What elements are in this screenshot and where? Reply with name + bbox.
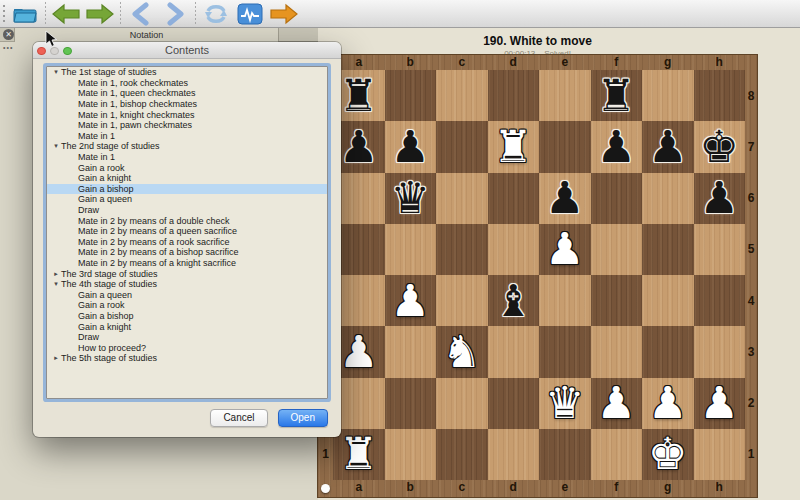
tree-item-label: The 5th stage of studies (61, 353, 157, 363)
piece-bP-h6[interactable]: ♟ (700, 176, 739, 220)
square-c7[interactable] (436, 121, 488, 172)
square-e4[interactable] (539, 275, 591, 326)
piece-bP-b7[interactable]: ♟ (391, 125, 430, 169)
rank-labels-right: 87654321 (745, 70, 757, 480)
square-g1[interactable]: ♚ (642, 429, 694, 480)
piece-wP-g2[interactable]: ♟ (648, 381, 687, 425)
tree-item[interactable]: How to proceed? (47, 342, 327, 353)
square-f1[interactable] (591, 429, 643, 480)
square-a1[interactable]: ♜ (333, 429, 385, 480)
tree-item[interactable]: Gain a bishop (47, 311, 327, 322)
file-label-f: f (591, 480, 643, 497)
toolbar-drag-handle[interactable] (1, 3, 8, 25)
square-d4[interactable]: ♝ (488, 275, 540, 326)
file-label-e: e (539, 55, 591, 70)
tree-item-label: How to proceed? (78, 343, 146, 353)
tree-item[interactable]: Gain a rook (47, 162, 327, 173)
piece-bR-f8[interactable]: ♜ (597, 74, 636, 118)
collapse-triangle-icon[interactable]: ▾ (51, 68, 61, 76)
square-c1[interactable] (436, 429, 488, 480)
square-d2[interactable] (488, 378, 540, 429)
contents-dialog: Contents ▾The 1st stage of studiesMate i… (33, 42, 341, 437)
zoom-window-icon[interactable] (63, 47, 72, 56)
tree-item-label: Gain a rook (78, 300, 125, 310)
tree-item[interactable]: Gain a knight (47, 173, 327, 184)
square-h5[interactable] (694, 224, 746, 275)
open-button[interactable]: Open (278, 409, 328, 427)
previous-move-button[interactable] (124, 1, 158, 27)
piece-wR-d7[interactable]: ♜ (494, 125, 533, 169)
toolbar-separator (195, 2, 196, 26)
file-label-b: b (385, 480, 437, 497)
tree-item[interactable]: Mate in 1 (47, 152, 327, 163)
square-e2[interactable]: ♛ (539, 378, 591, 429)
tree-item[interactable]: Mate in 1 (47, 131, 327, 142)
tree-item[interactable]: Gain a knight (47, 321, 327, 332)
chess-board: abcdefgh abcdefgh 87654321 87654321 ♜♜♟♟… (318, 55, 757, 497)
forward-arrow-icon (85, 3, 115, 25)
piece-bP-a7[interactable]: ♟ (339, 125, 378, 169)
file-label-d: d (488, 55, 540, 70)
file-label-d: d (488, 480, 540, 497)
file-label-c: c (436, 55, 488, 70)
square-c8[interactable] (436, 70, 488, 121)
file-label-e: e (539, 480, 591, 497)
square-g5[interactable] (642, 224, 694, 275)
tree-item-label: Mate in 2 by means of a double check (78, 216, 230, 226)
square-e6[interactable]: ♟ (539, 173, 591, 224)
tree-item-label: Draw (78, 205, 99, 215)
piece-bK-h7[interactable]: ♚ (700, 125, 739, 169)
square-c4[interactable] (436, 275, 488, 326)
rank-label-7: 7 (745, 121, 757, 172)
exercise-title: 190. White to move (318, 34, 757, 48)
square-b5[interactable] (385, 224, 437, 275)
tree-item-label: Gain a rook (78, 163, 125, 173)
square-d7[interactable]: ♜ (488, 121, 540, 172)
dialog-titlebar[interactable]: Contents (33, 42, 341, 59)
tree-item-label: Gain a bishop (78, 311, 134, 321)
close-tab-icon[interactable]: ✕ (3, 29, 14, 40)
open-folder-icon (12, 4, 38, 24)
pane-handle[interactable]: ••• (3, 44, 13, 51)
tree-item-label: The 2nd stage of studies (61, 141, 160, 151)
piece-wP-b4[interactable]: ♟ (391, 279, 430, 323)
tree-item-label: The 3rd stage of studies (61, 269, 158, 279)
piece-wN-c3[interactable]: ♞ (442, 330, 481, 374)
tree-item[interactable]: Mate in 1, pawn checkmates (47, 120, 327, 131)
open-folder-button[interactable] (8, 1, 42, 27)
square-d3[interactable] (488, 326, 540, 377)
file-label-g: g (642, 55, 694, 70)
square-e8[interactable] (539, 70, 591, 121)
square-b3[interactable] (385, 326, 437, 377)
square-g2[interactable]: ♟ (642, 378, 694, 429)
tree-item[interactable]: Draw (47, 205, 327, 216)
piece-wR-a1[interactable]: ♜ (339, 432, 378, 476)
square-f5[interactable] (591, 224, 643, 275)
tree-item-label: Mate in 1 (78, 152, 115, 162)
toolbar-separator (45, 2, 46, 26)
tree-item[interactable]: Mate in 2 by means of a knight sacrifice (47, 258, 327, 269)
tree-item[interactable]: Gain a queen (47, 194, 327, 205)
tree-item[interactable]: Mate in 1, bishop checkmates (47, 99, 327, 110)
next-chevron-icon (162, 2, 188, 26)
square-h1[interactable] (694, 429, 746, 480)
square-b1[interactable] (385, 429, 437, 480)
tree-item-label: Mate in 1, pawn checkmates (78, 120, 192, 130)
file-label-h: h (694, 55, 746, 70)
tree-item[interactable]: ▾The 1st stage of studies (47, 67, 327, 78)
file-label-c: c (436, 480, 488, 497)
refresh-button[interactable] (199, 1, 233, 27)
analysis-button[interactable] (233, 1, 267, 27)
tree-item[interactable]: Mate in 1, rook checkmates (47, 78, 327, 89)
square-g8[interactable] (642, 70, 694, 121)
piece-bP-f7[interactable]: ♟ (597, 125, 636, 169)
contents-tree: ▾The 1st stage of studiesMate in 1, rook… (46, 66, 328, 399)
square-b8[interactable] (385, 70, 437, 121)
piece-wP-f2[interactable]: ♟ (597, 381, 636, 425)
mouse-cursor (45, 30, 57, 48)
next-move-button[interactable] (158, 1, 192, 27)
toolbar-separator (120, 2, 121, 26)
square-d8[interactable] (488, 70, 540, 121)
square-e7[interactable] (539, 121, 591, 172)
collapse-triangle-icon[interactable]: ▾ (51, 280, 61, 288)
analysis-icon (237, 3, 263, 25)
file-labels-bottom: abcdefgh (333, 480, 745, 497)
file-label-b: b (385, 55, 437, 70)
square-h7[interactable]: ♚ (694, 121, 746, 172)
square-b2[interactable] (385, 378, 437, 429)
tree-item[interactable]: ▾The 4th stage of studies (47, 279, 327, 290)
tree-item[interactable]: Mate in 2 by means of a queen sacrifice (47, 226, 327, 237)
tree-item-label: Mate in 2 by means of a bishop sacrifice (78, 247, 239, 257)
tree-item[interactable]: Gain a bishop (47, 184, 327, 195)
square-d5[interactable] (488, 224, 540, 275)
expand-triangle-icon[interactable]: ▸ (51, 270, 61, 278)
piece-wP-a3[interactable]: ♟ (339, 330, 378, 374)
square-c6[interactable] (436, 173, 488, 224)
tree-item-label: Gain a knight (78, 173, 131, 183)
square-f3[interactable] (591, 326, 643, 377)
rank-label-6: 6 (745, 173, 757, 224)
piece-bR-a8[interactable]: ♜ (339, 74, 378, 118)
toolbar (0, 0, 800, 28)
square-e1[interactable] (539, 429, 591, 480)
square-f4[interactable] (591, 275, 643, 326)
square-f6[interactable] (591, 173, 643, 224)
refresh-icon (203, 2, 229, 26)
tree-item[interactable]: Gain a queen (47, 289, 327, 300)
piece-bP-e6[interactable]: ♟ (545, 176, 584, 220)
square-h6[interactable]: ♟ (694, 173, 746, 224)
square-g6[interactable] (642, 173, 694, 224)
tree-item[interactable]: Gain a rook (47, 300, 327, 311)
dialog-buttons: Cancel Open (210, 409, 328, 427)
tree-item-label: Mate in 2 by means of a rook sacrifice (78, 237, 230, 247)
rank-label-5: 5 (745, 224, 757, 275)
tree-item-label: The 1st stage of studies (61, 67, 157, 77)
collapse-triangle-icon[interactable]: ▾ (51, 142, 61, 150)
file-label-h: h (694, 480, 746, 497)
board-squares: ♜♜♟♟♜♟♟♚♛♟♟♟♟♝♟♞♛♟♟♟♜♚ (333, 70, 745, 480)
square-b7[interactable]: ♟ (385, 121, 437, 172)
square-h2[interactable]: ♟ (694, 378, 746, 429)
square-c2[interactable] (436, 378, 488, 429)
square-b6[interactable]: ♛ (385, 173, 437, 224)
tree-item[interactable]: Mate in 2 by means of a double check (47, 215, 327, 226)
tree-item-label: Mate in 1 (78, 131, 115, 141)
rank-label-2: 2 (745, 378, 757, 429)
piece-bP-g7[interactable]: ♟ (648, 125, 687, 169)
piece-bQ-b6[interactable]: ♛ (391, 176, 430, 220)
square-f8[interactable]: ♜ (591, 70, 643, 121)
expand-triangle-icon[interactable]: ▸ (51, 354, 61, 362)
rank-label-1: 1 (745, 429, 757, 480)
file-label-a: a (333, 480, 385, 497)
square-f7[interactable]: ♟ (591, 121, 643, 172)
tree-item-label: Gain a queen (78, 290, 132, 300)
tree-item[interactable]: Draw (47, 332, 327, 343)
square-h8[interactable] (694, 70, 746, 121)
piece-bB-d4[interactable]: ♝ (494, 279, 533, 323)
tree-item-label: Gain a knight (78, 322, 131, 332)
dialog-title: Contents (33, 42, 341, 59)
next-exercise-arrow-icon (269, 3, 299, 25)
square-g7[interactable]: ♟ (642, 121, 694, 172)
piece-wP-e5[interactable]: ♟ (545, 227, 584, 271)
square-g3[interactable] (642, 326, 694, 377)
tree-item[interactable]: ▸The 5th stage of studies (47, 353, 327, 364)
board-pane: 190. White to move 00:00:13 – Solved! ab… (318, 28, 800, 500)
tree-item[interactable]: Mate in 1, knight checkmates (47, 109, 327, 120)
square-f2[interactable]: ♟ (591, 378, 643, 429)
square-e5[interactable]: ♟ (539, 224, 591, 275)
forward-button[interactable] (83, 1, 117, 27)
tree-item-label: Mate in 2 by means of a knight sacrifice (78, 258, 236, 268)
tree-item-label: Draw (78, 332, 99, 342)
file-label-f: f (591, 55, 643, 70)
piece-wP-h2[interactable]: ♟ (700, 381, 739, 425)
tree-item-label: Mate in 1, rook checkmates (78, 78, 188, 88)
tree-item[interactable]: ▸The 3rd stage of studies (47, 268, 327, 279)
tree-item-label: Mate in 1, queen checkmates (78, 88, 196, 98)
square-h3[interactable] (694, 326, 746, 377)
tree-item-label: The 4th stage of studies (61, 279, 157, 289)
tree-item[interactable]: Mate in 2 by means of a rook sacrifice (47, 237, 327, 248)
file-labels-top: abcdefgh (333, 55, 745, 70)
square-h4[interactable] (694, 275, 746, 326)
back-button[interactable] (49, 1, 83, 27)
square-d1[interactable] (488, 429, 540, 480)
cancel-button[interactable]: Cancel (210, 409, 267, 427)
tree-item-label: Mate in 2 by means of a queen sacrifice (78, 226, 237, 236)
tree-item-label: Mate in 1, bishop checkmates (78, 99, 197, 109)
square-c3[interactable]: ♞ (436, 326, 488, 377)
square-d6[interactable] (488, 173, 540, 224)
next-exercise-button[interactable] (267, 1, 301, 27)
square-c5[interactable] (436, 224, 488, 275)
square-e3[interactable] (539, 326, 591, 377)
square-b4[interactable]: ♟ (385, 275, 437, 326)
rank-label-4: 4 (745, 275, 757, 326)
tree-item-label: Gain a bishop (78, 184, 134, 194)
file-label-g: g (642, 480, 694, 497)
previous-chevron-icon (128, 2, 154, 26)
tree-item-label: Gain a queen (78, 194, 132, 204)
tree-item[interactable]: ▾The 2nd stage of studies (47, 141, 327, 152)
tree-item-label: Mate in 1, knight checkmates (78, 110, 195, 120)
piece-wQ-e2[interactable]: ♛ (545, 381, 584, 425)
back-arrow-icon (51, 3, 81, 25)
turn-indicator-white (321, 484, 330, 493)
square-g4[interactable] (642, 275, 694, 326)
tree-item[interactable]: Mate in 2 by means of a bishop sacrifice (47, 247, 327, 258)
rank-label-8: 8 (745, 70, 757, 121)
piece-wK-g1[interactable]: ♚ (648, 432, 687, 476)
tree-item[interactable]: Mate in 1, queen checkmates (47, 88, 327, 99)
rank-label-3: 3 (745, 326, 757, 377)
